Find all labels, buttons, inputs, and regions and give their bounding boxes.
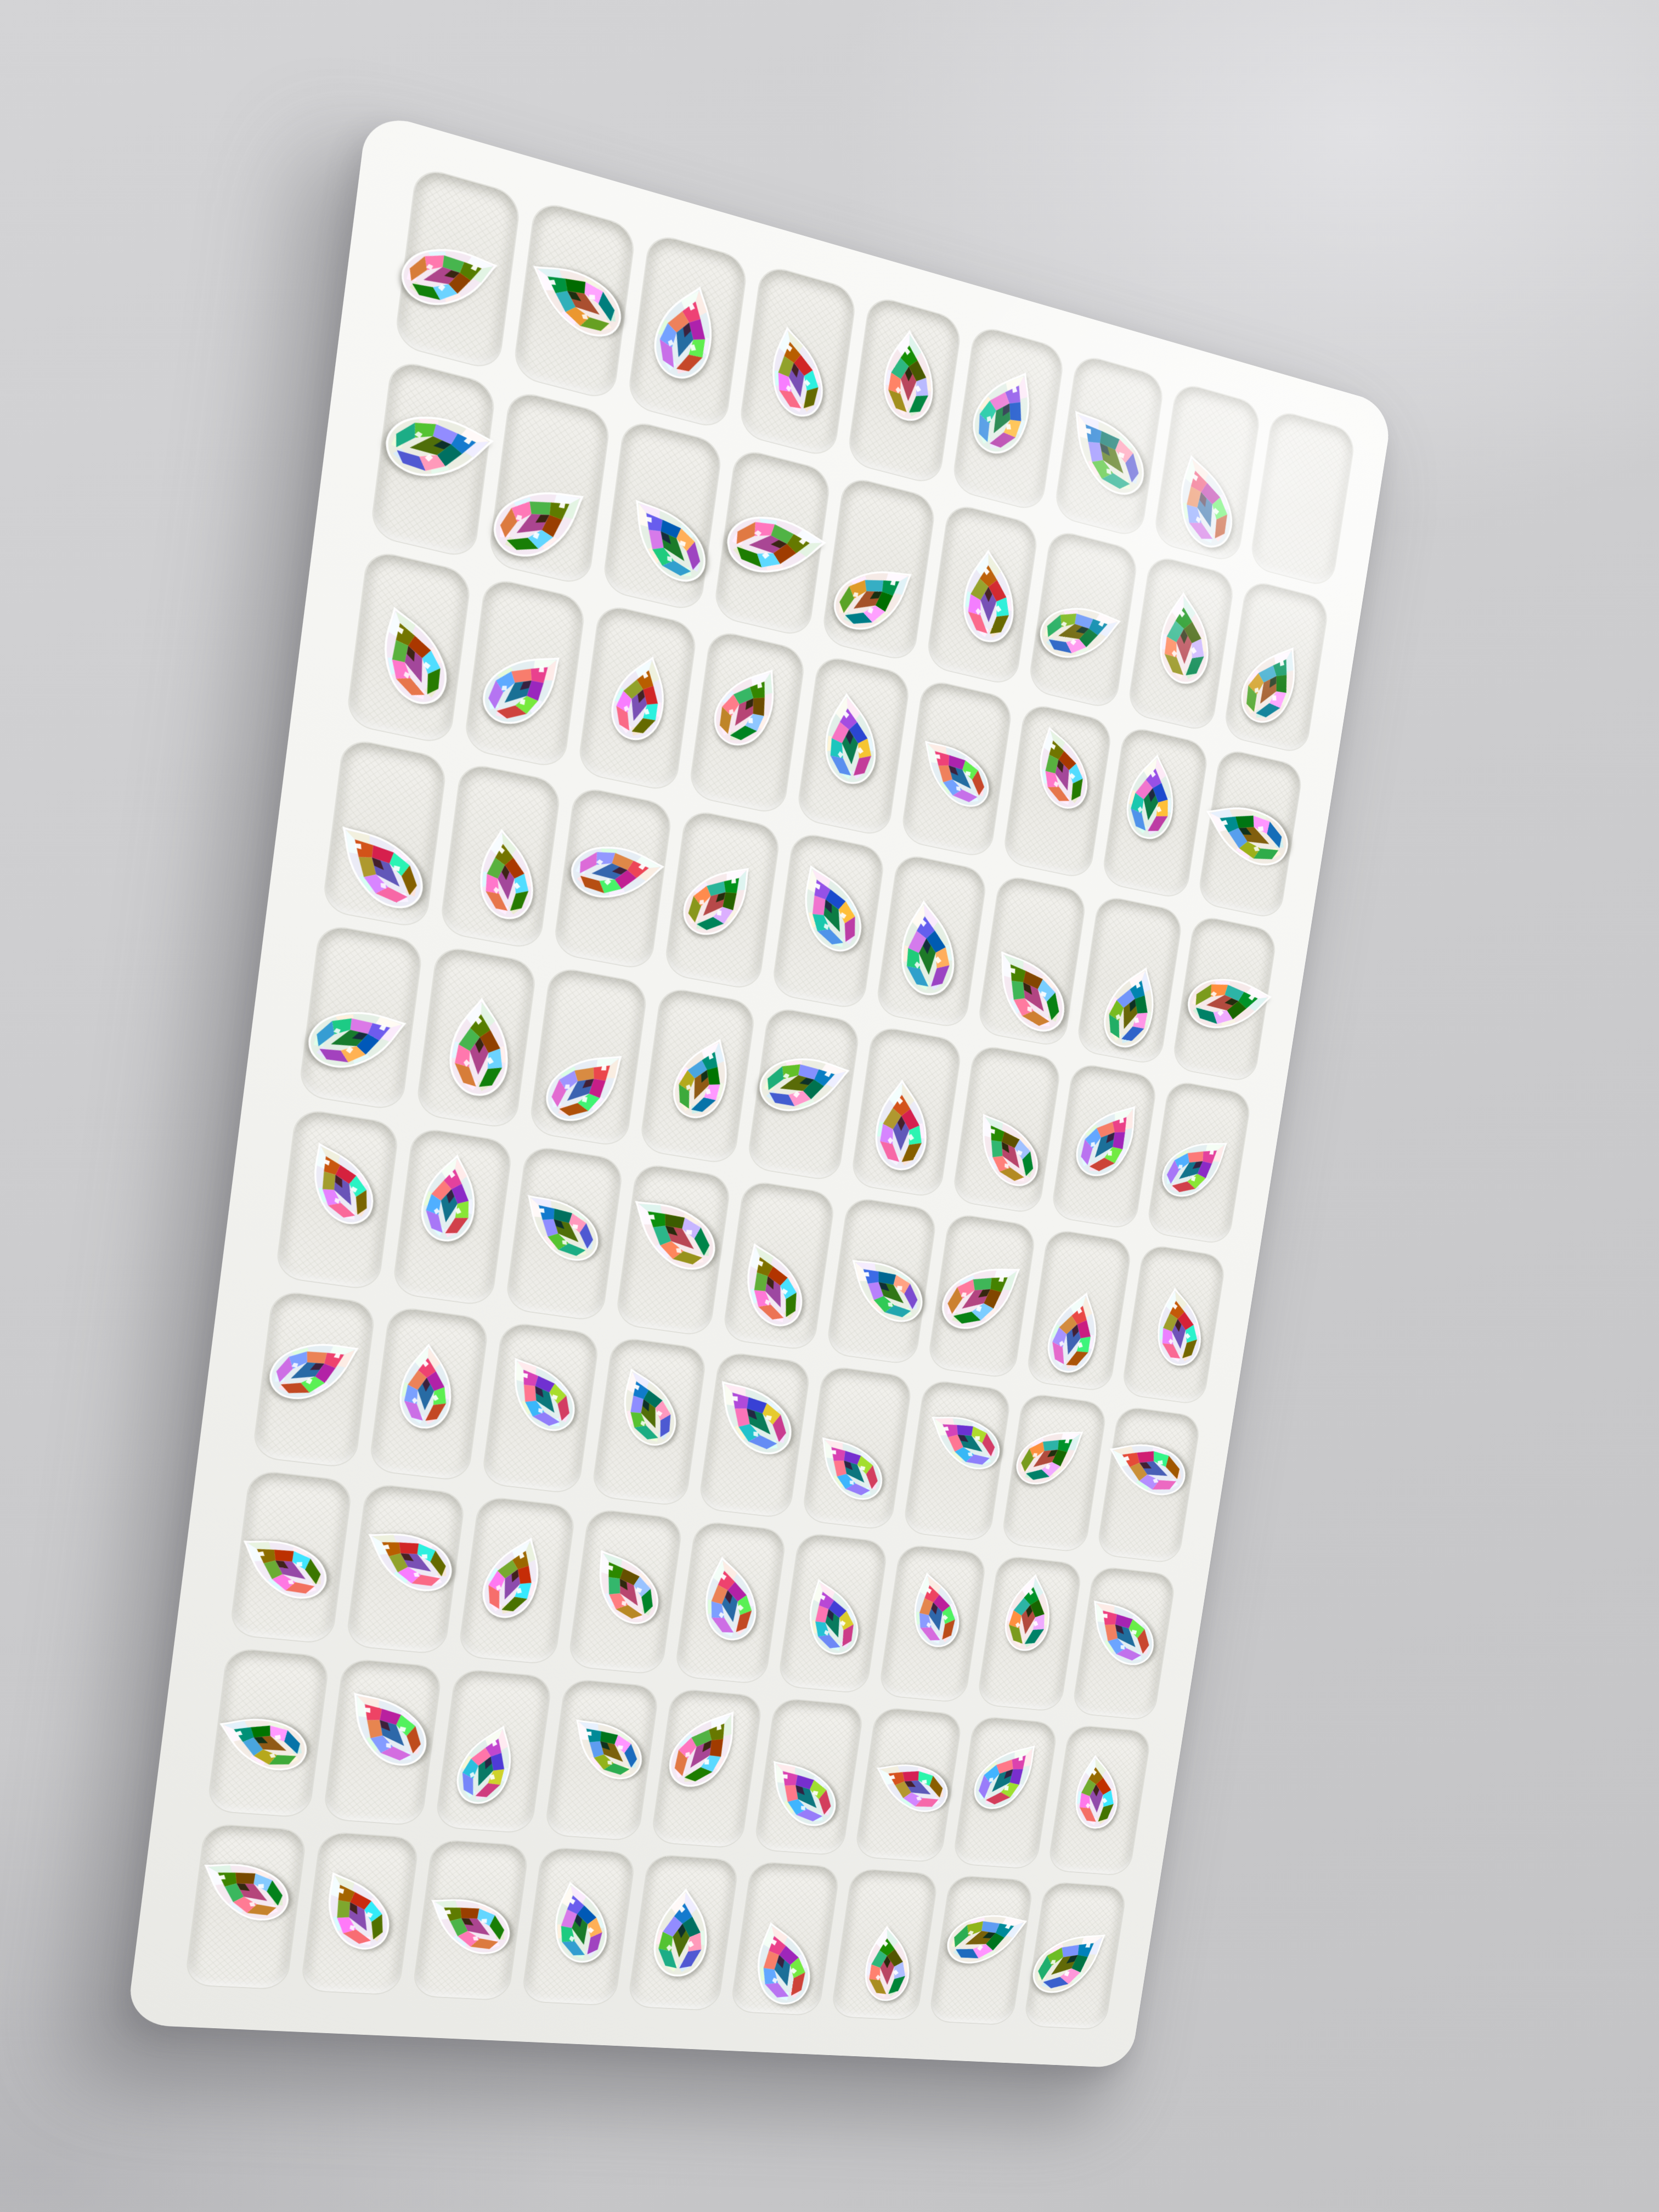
rhinestone-svg xyxy=(469,826,542,922)
tray-cell xyxy=(603,419,723,612)
rhinestone-svg xyxy=(995,1568,1062,1656)
tray-cell xyxy=(827,1197,937,1364)
rhinestone-svg xyxy=(817,546,930,647)
rhinestone xyxy=(1192,782,1301,882)
rhinestone xyxy=(958,1727,1056,1824)
tray-cell xyxy=(698,1351,811,1518)
rhinestone-svg xyxy=(877,323,940,427)
rhinestone-svg xyxy=(860,1922,915,2006)
tray-cell xyxy=(739,264,856,458)
rhinestone xyxy=(466,1525,561,1629)
tray-cell xyxy=(488,390,611,585)
rhinestone-svg xyxy=(815,691,884,787)
rhinestone-svg xyxy=(691,1549,767,1648)
rhinestone-svg xyxy=(800,1418,898,1515)
rhinestone-svg xyxy=(1050,390,1162,512)
tray-cell xyxy=(1250,409,1356,588)
rhinestone-svg xyxy=(791,1568,871,1665)
tray-cell xyxy=(977,1555,1082,1711)
rhinestone-svg xyxy=(302,1856,407,1964)
rhinestone xyxy=(609,480,724,599)
rhinestone-tray xyxy=(126,110,1393,2068)
rhinestone xyxy=(348,1508,469,1608)
rhinestone xyxy=(691,1549,767,1648)
tray-cell xyxy=(1028,529,1138,709)
rhinestone xyxy=(204,1697,321,1786)
tray-cell xyxy=(855,1707,962,1862)
tray-cell xyxy=(1076,895,1183,1065)
rhinestone xyxy=(464,630,584,742)
rhinestone xyxy=(995,1568,1062,1656)
tray-cell xyxy=(578,604,697,792)
rhinestone xyxy=(254,1320,376,1415)
rhinestone-svg xyxy=(597,643,683,752)
rhinestone xyxy=(505,1173,615,1277)
rhinestone-svg xyxy=(831,1237,939,1339)
rhinestone xyxy=(488,1341,592,1446)
rhinestone-svg xyxy=(183,1839,306,1937)
rhinestone-svg xyxy=(295,991,420,1082)
rhinestone-svg xyxy=(475,464,605,575)
rhinestone xyxy=(1090,954,1173,1059)
rhinestone xyxy=(612,1176,733,1288)
rhinestone-svg xyxy=(904,720,1005,822)
rhinestone-svg xyxy=(926,1242,1039,1346)
rhinestone-svg xyxy=(464,630,584,742)
tray-cell xyxy=(323,1658,442,1825)
tray-cell xyxy=(628,233,748,430)
rhinestone-svg xyxy=(1071,1580,1170,1681)
tray-cell xyxy=(1073,1566,1176,1720)
rhinestone xyxy=(1050,390,1162,512)
tray-cell xyxy=(831,1869,938,2020)
rhinestone xyxy=(1002,1409,1099,1499)
rhinestone xyxy=(1022,719,1100,817)
rhinestone-svg xyxy=(1225,629,1318,739)
tray-cell xyxy=(771,832,885,1010)
rhinestone xyxy=(1117,747,1186,847)
tray-cell xyxy=(276,1108,399,1290)
rhinestone-svg xyxy=(348,1508,469,1608)
rhinestone xyxy=(1059,1086,1159,1192)
rhinestone-svg xyxy=(1022,719,1100,817)
tray-cell xyxy=(1001,1393,1107,1552)
rhinestone-svg xyxy=(1148,1120,1244,1212)
tray-cell xyxy=(459,1496,575,1664)
rhinestone-svg xyxy=(724,1231,817,1339)
tray-cell xyxy=(301,1832,419,1995)
rhinestone xyxy=(831,1237,939,1339)
rhinestone-svg xyxy=(891,898,963,999)
rhinestone xyxy=(868,1075,933,1174)
rhinestone xyxy=(720,509,833,580)
rhinestone xyxy=(563,836,672,907)
rhinestone xyxy=(862,1743,961,1826)
tray-cell xyxy=(416,946,537,1128)
rhinestone-svg xyxy=(900,1565,969,1656)
rhinestone-svg xyxy=(573,1533,675,1639)
rhinestone-svg xyxy=(527,1031,645,1139)
rhinestone-svg xyxy=(1030,592,1131,670)
tray-cell xyxy=(847,295,962,486)
tray-cell xyxy=(513,200,636,401)
rhinestone-svg xyxy=(697,649,800,762)
rhinestone xyxy=(475,464,605,575)
tray-cell xyxy=(522,1847,635,2005)
rhinestone-svg xyxy=(1035,1282,1114,1382)
rhinestone-svg xyxy=(740,1911,822,2015)
rhinestone xyxy=(915,1394,1014,1485)
rhinestone-svg xyxy=(748,1040,861,1125)
tray-cell xyxy=(1026,1229,1132,1392)
tray-cell xyxy=(1048,1725,1151,1875)
tray-cell xyxy=(1198,748,1303,919)
rhinestone xyxy=(904,720,1005,822)
rhinestone xyxy=(958,1097,1054,1200)
rhinestone xyxy=(748,1040,861,1125)
rhinestone-svg xyxy=(696,1359,810,1472)
tray-cell xyxy=(778,1533,888,1694)
rhinestone xyxy=(441,992,518,1103)
rhinestone xyxy=(1069,1751,1123,1834)
rhinestone xyxy=(513,238,637,356)
rhinestone-svg xyxy=(609,480,724,599)
rhinestone-svg xyxy=(957,544,1019,647)
rhinestone xyxy=(860,1922,915,2006)
rhinestone xyxy=(392,1339,460,1433)
rhinestone xyxy=(740,1911,822,2015)
rhinestone-svg xyxy=(868,1075,933,1174)
rhinestone-svg xyxy=(862,1743,961,1826)
tray-cell xyxy=(876,854,988,1029)
tray-cell xyxy=(714,448,831,637)
tray-cell xyxy=(747,1007,860,1181)
rhinestone xyxy=(975,932,1082,1048)
rhinestone xyxy=(696,1359,810,1472)
rhinestone xyxy=(644,1886,718,1980)
rhinestone-svg xyxy=(666,845,773,952)
tray-cell xyxy=(1127,555,1235,732)
rhinestone xyxy=(781,852,877,963)
tray-cell xyxy=(689,630,805,815)
rhinestone xyxy=(877,323,940,427)
rhinestone xyxy=(815,691,884,787)
rhinestone-svg xyxy=(956,353,1054,470)
tray-cell xyxy=(346,1483,465,1654)
tray-cell xyxy=(1051,1063,1158,1229)
rhinestone xyxy=(1148,1283,1209,1371)
rhinestone xyxy=(956,353,1054,470)
tray-cell xyxy=(464,577,586,769)
rhinestone-svg xyxy=(1181,967,1278,1037)
rhinestone-svg xyxy=(254,1320,376,1415)
tray-cell xyxy=(1122,1244,1226,1404)
rhinestone-svg xyxy=(466,1525,561,1629)
rhinestone-svg xyxy=(1192,782,1301,882)
rhinestone-svg xyxy=(749,1741,852,1842)
rhinestone xyxy=(1153,588,1214,688)
rhinestone xyxy=(817,546,930,647)
rhinestone-svg xyxy=(204,1697,321,1786)
rhinestone xyxy=(597,643,683,752)
rhinestone xyxy=(926,1242,1039,1346)
rhinestone xyxy=(1071,1580,1170,1681)
rhinestone-svg xyxy=(1148,1283,1209,1371)
rhinestone xyxy=(375,405,505,487)
rhinestone xyxy=(326,1671,446,1783)
rhinestone-svg xyxy=(289,1129,390,1237)
tray-cell xyxy=(927,503,1039,686)
tray-cell xyxy=(323,738,447,928)
rhinestone xyxy=(573,1533,675,1639)
tray-cell xyxy=(822,476,936,662)
rhinestone-svg xyxy=(388,232,511,318)
tray-cell xyxy=(802,1365,912,1530)
tray-cell xyxy=(928,1213,1036,1378)
tray-cell xyxy=(369,1306,489,1481)
rhinestone xyxy=(388,232,511,318)
rhinestone-svg xyxy=(1069,1751,1123,1834)
tray-cell xyxy=(1097,1406,1200,1563)
rhinestone xyxy=(302,1856,407,1964)
rhinestone xyxy=(359,597,464,714)
rhinestone xyxy=(1148,1120,1244,1212)
rhinestone xyxy=(900,1565,969,1656)
rhinestone xyxy=(639,270,733,393)
tray-cell xyxy=(1024,1882,1126,2029)
rhinestone xyxy=(1181,967,1278,1037)
tray-cell xyxy=(568,1509,682,1674)
rhinestone xyxy=(666,845,773,952)
rhinestone xyxy=(539,1873,618,1972)
rhinestone-svg xyxy=(375,405,505,487)
tray-cell xyxy=(953,1716,1058,1869)
tray-cell xyxy=(440,763,561,950)
rhinestone xyxy=(469,826,542,922)
tray-cell xyxy=(436,1669,552,1833)
tray-cell xyxy=(545,1679,659,1841)
rhinestone-svg xyxy=(658,1024,749,1131)
tray-cell xyxy=(1153,382,1261,563)
rhinestone-svg xyxy=(392,1339,460,1433)
rhinestone-svg xyxy=(644,1886,718,1980)
tray-cell xyxy=(640,987,755,1164)
rhinestone-svg xyxy=(720,509,833,580)
tray-cell xyxy=(529,967,647,1147)
rhinestone-svg xyxy=(359,597,464,714)
tray-cell xyxy=(370,359,495,559)
rhinestone-svg xyxy=(1095,1422,1198,1510)
rhinestone-svg xyxy=(639,270,733,393)
rhinestone-svg xyxy=(781,852,877,963)
tray-cell xyxy=(299,924,422,1110)
tray-cell xyxy=(1147,1081,1251,1245)
rhinestone xyxy=(957,544,1019,647)
tray-cell xyxy=(347,550,471,744)
rhinestone xyxy=(891,898,963,999)
tray-cell xyxy=(978,874,1087,1047)
rhinestone xyxy=(183,1839,306,1937)
tray-cell xyxy=(651,1689,763,1848)
tray-cell xyxy=(554,786,672,970)
rhinestone xyxy=(441,1714,533,1814)
tray-cell xyxy=(413,1839,528,2000)
rhinestone xyxy=(749,1741,852,1842)
rhinestone xyxy=(1018,1911,1122,2008)
rhinestone-svg xyxy=(539,1873,618,1972)
tray-cell xyxy=(851,1026,962,1198)
rhinestone-svg xyxy=(513,238,637,356)
rhinestone-svg xyxy=(554,1699,658,1795)
tray-cell xyxy=(1054,354,1164,538)
tray-cell xyxy=(392,1127,512,1306)
tray-cell xyxy=(903,1379,1011,1541)
tray-cell xyxy=(1003,703,1113,879)
rhinestone-svg xyxy=(651,1693,760,1802)
rhinestone xyxy=(295,991,420,1082)
rhinestone-svg xyxy=(441,992,518,1103)
rhinestone xyxy=(223,1515,343,1615)
rhinestone-svg xyxy=(1161,447,1246,556)
tray-cell xyxy=(929,1876,1034,2025)
tray-cell xyxy=(395,167,521,371)
rhinestone-svg xyxy=(958,1727,1056,1824)
tray-cell xyxy=(230,1470,352,1644)
rhinestone-svg xyxy=(441,1714,533,1814)
rhinestone-svg xyxy=(488,1341,592,1446)
rhinestone-svg xyxy=(326,1671,446,1783)
tray-cell xyxy=(592,1337,707,1506)
rhinestone xyxy=(1095,1422,1198,1510)
rhinestone xyxy=(527,1031,645,1139)
rhinestone-svg xyxy=(1117,747,1186,847)
rhinestone-svg xyxy=(603,1357,691,1457)
tray-cell xyxy=(1102,726,1209,899)
rhinestone xyxy=(410,1875,526,1970)
tray-cell xyxy=(879,1544,986,1702)
rhinestone-svg xyxy=(410,1146,490,1249)
rhinestone xyxy=(800,1418,898,1515)
rhinestone-svg xyxy=(1018,1911,1122,2008)
rhinestone-svg xyxy=(1059,1086,1159,1192)
rhinestone xyxy=(315,803,443,927)
rhinestone xyxy=(791,1568,871,1665)
rhinestone xyxy=(651,1693,760,1802)
tray-cell xyxy=(723,1180,836,1351)
tray-cell xyxy=(952,325,1064,512)
rhinestone xyxy=(410,1146,490,1249)
rhinestone-svg xyxy=(1090,954,1173,1059)
rhinestone-svg xyxy=(1153,588,1214,688)
rhinestone-svg xyxy=(975,932,1082,1048)
tray-cell xyxy=(731,1862,840,2016)
rhinestone xyxy=(1161,447,1246,556)
rhinestone xyxy=(697,649,800,762)
tray-cell xyxy=(664,809,781,990)
rhinestone xyxy=(1225,629,1318,739)
tray-cell xyxy=(952,1045,1061,1214)
tray-cell xyxy=(628,1855,739,2011)
rhinestone-svg xyxy=(223,1515,343,1615)
tray-compartments xyxy=(126,110,1393,2068)
rhinestone xyxy=(1030,592,1131,670)
rhinestone-svg xyxy=(315,803,443,927)
rhinestone-svg xyxy=(563,836,672,907)
rhinestone-svg xyxy=(1002,1409,1099,1499)
tray-cell xyxy=(797,654,911,837)
rhinestone xyxy=(1035,1282,1114,1382)
tray-cell xyxy=(1223,580,1329,754)
rhinestone-svg xyxy=(505,1173,615,1277)
tray-cell xyxy=(754,1698,864,1855)
rhinestone xyxy=(724,1231,817,1339)
rhinestone xyxy=(603,1357,691,1457)
tray-cell xyxy=(482,1322,600,1493)
tray-cell xyxy=(185,1824,306,1989)
tray-cell xyxy=(253,1290,375,1468)
tray-cell xyxy=(675,1521,787,1684)
rhinestone-svg xyxy=(410,1875,526,1970)
rhinestone-svg xyxy=(915,1394,1014,1485)
tray-cell xyxy=(207,1648,329,1817)
tray-cell xyxy=(901,679,1013,859)
tray-cell xyxy=(616,1163,731,1336)
rhinestone-svg xyxy=(958,1097,1054,1200)
rhinestone xyxy=(658,1024,749,1131)
rhinestone xyxy=(289,1129,390,1237)
rhinestone xyxy=(554,1699,658,1795)
rhinestone-svg xyxy=(612,1176,733,1288)
tray-cell xyxy=(1172,915,1277,1082)
rhinestone xyxy=(757,323,834,421)
tray-cell xyxy=(506,1145,623,1321)
rhinestone-svg xyxy=(757,323,834,421)
